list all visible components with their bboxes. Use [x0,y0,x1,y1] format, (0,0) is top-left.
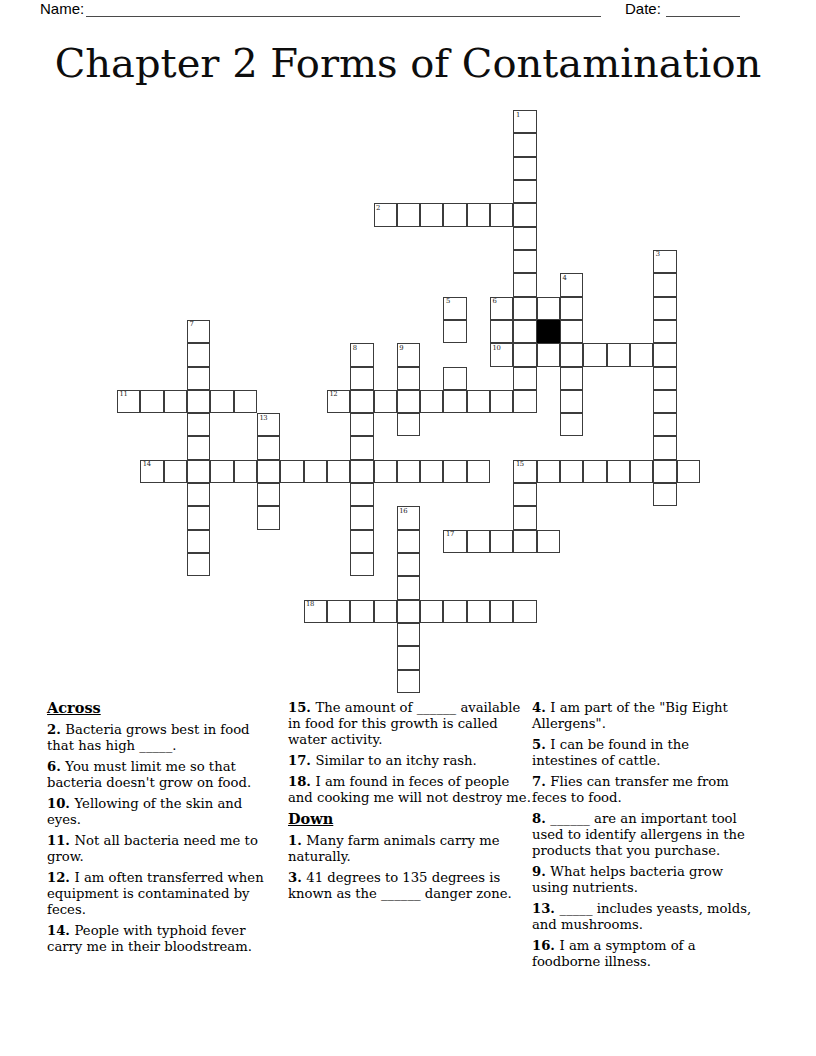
clue-item-10: 10. Yellowing of the skin and eyes. [47,796,279,828]
clue-item-14: 14. People with typhoid fever carry me i… [47,923,279,955]
grid-cell[interactable] [420,203,443,226]
grid-cell[interactable] [653,343,676,366]
grid-cell[interactable] [467,600,490,623]
clue-item-number: 7. [532,774,550,789]
grid-cell[interactable] [537,460,560,483]
grid-cell[interactable] [374,460,397,483]
grid-cell[interactable] [560,367,583,390]
grid-cell[interactable] [350,413,373,436]
grid-cell[interactable]: 2 [374,203,397,226]
grid-cell[interactable] [187,460,210,483]
grid-cell[interactable] [560,413,583,436]
clue-item-2: 2. Bacteria grows best in food that has … [47,722,279,754]
clue-number-3: 3 [656,251,660,258]
down-header: Down [288,811,531,827]
grid-cell[interactable] [560,343,583,366]
clue-item-number: 1. [288,833,306,848]
clue-item-number: 13. [532,901,560,916]
grid-cell[interactable]: 18 [304,600,327,623]
clue-item-number: 14. [47,923,75,938]
grid-cell[interactable] [653,460,676,483]
clue-item-7: 7. Flies can transfer me from feces to f… [532,774,758,806]
clue-number-2: 2 [376,205,380,212]
clue-item-15: 15. The amount of ______ available in fo… [288,700,531,748]
grid-cell[interactable] [513,133,536,156]
grid-cell[interactable] [187,367,210,390]
grid-cell[interactable] [327,460,350,483]
grid-cell[interactable] [630,460,653,483]
grid-cell[interactable] [397,576,420,599]
clue-item-number: 18. [288,774,316,789]
grid-cell[interactable] [397,460,420,483]
grid-cell[interactable] [537,343,560,366]
grid-cell[interactable] [234,460,257,483]
grid-cell[interactable] [537,297,560,320]
clue-item-16: 16. I am a symptom of a foodborne illnes… [532,938,758,970]
clue-number-6: 6 [493,298,497,305]
grid-cell[interactable] [490,203,513,226]
grid-cell[interactable] [653,273,676,296]
grid-cell[interactable]: 6 [490,297,513,320]
clue-item-number: 3. [288,870,306,885]
grid-cell[interactable] [187,413,210,436]
grid-cell[interactable] [420,390,443,413]
grid-cell[interactable] [443,460,466,483]
grid-cell[interactable] [583,343,606,366]
grid-cell[interactable]: 1 [513,110,536,133]
clue-number-8: 8 [353,345,357,352]
clue-number-18: 18 [306,601,314,608]
grid-cell[interactable] [513,390,536,413]
clue-item-number: 5. [532,737,550,752]
grid-cell[interactable] [513,180,536,203]
grid-cell[interactable]: 7 [187,320,210,343]
grid-cell[interactable]: 4 [560,273,583,296]
clue-item-4: 4. I am part of the "Big Eight Allergens… [532,700,758,732]
grid-cell[interactable] [537,530,560,553]
grid-cell[interactable] [397,600,420,623]
grid-cell[interactable] [187,506,210,529]
grid-cell[interactable] [513,483,536,506]
grid-cell[interactable] [187,436,210,459]
grid-cell[interactable] [653,413,676,436]
clue-item-number: 15. [288,700,316,715]
clue-item-1: 1. Many farm animals carry me naturally. [288,833,531,865]
clue-number-15: 15 [516,461,524,468]
grid-cell[interactable] [164,390,187,413]
grid-cell[interactable] [187,483,210,506]
grid-cell[interactable] [257,483,280,506]
clue-column-2: 15. The amount of ______ available in fo… [288,700,531,907]
across-header: Across [47,700,279,716]
grid-cell[interactable] [653,297,676,320]
grid-cell[interactable] [443,600,466,623]
grid-cell[interactable] [513,203,536,226]
grid-cell[interactable] [187,530,210,553]
grid-cell[interactable]: 10 [490,343,513,366]
clue-item-number: 10. [47,796,75,811]
grid-cell[interactable] [420,600,443,623]
grid-cell[interactable] [467,203,490,226]
crossword-grid: 123456789101112131415161718 [117,110,701,694]
grid-cell[interactable] [467,460,490,483]
clue-item-number: 16. [532,938,560,953]
grid-cell[interactable] [234,390,257,413]
grid-cell[interactable] [140,390,163,413]
grid-cell[interactable] [560,297,583,320]
grid-cell[interactable]: 14 [140,460,163,483]
clue-item-number: 2. [47,722,65,737]
grid-cell[interactable] [653,436,676,459]
clue-column-3: 4. I am part of the "Big Eight Allergens… [532,700,758,975]
grid-cell[interactable] [397,553,420,576]
grid-cell[interactable] [397,670,420,693]
page-title: Chapter 2 Forms of Contamination [0,40,816,86]
grid-cell[interactable] [607,460,630,483]
grid-cell[interactable] [350,600,373,623]
grid-cell[interactable]: 9 [397,343,420,366]
clue-number-4: 4 [563,275,567,282]
grid-cell[interactable] [490,600,513,623]
grid-cell[interactable] [583,460,606,483]
worksheet-page: Name: Date: Chapter 2 Forms of Contamina… [0,0,816,1056]
grid-cell[interactable] [513,250,536,273]
grid-cell[interactable] [467,390,490,413]
grid-cell[interactable] [513,530,536,553]
clue-number-12: 12 [329,391,337,398]
grid-cell[interactable] [513,600,536,623]
grid-cell[interactable] [397,203,420,226]
clue-item-11: 11. Not all bacteria need me to grow. [47,833,279,865]
grid-cell[interactable] [350,483,373,506]
grid-cell[interactable] [374,390,397,413]
grid-cell[interactable]: 3 [653,250,676,273]
grid-cell[interactable] [350,553,373,576]
grid-cell[interactable] [490,320,513,343]
grid-cell[interactable] [560,460,583,483]
grid-cell[interactable] [443,367,466,390]
clue-item-18: 18. I am found in feces of people and co… [288,774,531,806]
clue-number-13: 13 [259,415,267,422]
date-blank-line [666,1,740,17]
grid-cell[interactable] [560,390,583,413]
grid-cell[interactable] [397,413,420,436]
clue-number-11: 11 [120,391,128,398]
grid-cell[interactable] [350,530,373,553]
grid-cell[interactable] [467,530,490,553]
grid-cell[interactable] [350,390,373,413]
grid-cell[interactable] [397,390,420,413]
grid-cell[interactable] [397,367,420,390]
grid-cell[interactable] [374,600,397,623]
clue-number-9: 9 [399,345,403,352]
clue-item-number: 4. [532,700,550,715]
grid-cell[interactable] [513,506,536,529]
clue-number-10: 10 [493,345,501,352]
black-cell [537,320,560,343]
grid-cell[interactable] [560,320,583,343]
grid-cell[interactable] [513,157,536,180]
grid-cell[interactable] [607,343,630,366]
grid-cell[interactable] [350,460,373,483]
grid-cell[interactable] [187,553,210,576]
grid-cell[interactable] [653,320,676,343]
clue-item-6: 6. You must limit me so that bacteria do… [47,759,279,791]
clue-item-number: 11. [47,833,75,848]
clue-item-number: 17. [288,753,316,768]
name-blank-line [86,1,601,17]
grid-cell[interactable] [653,390,676,413]
grid-cell[interactable] [677,460,700,483]
grid-cell[interactable] [653,367,676,390]
grid-cell[interactable] [257,506,280,529]
clue-item-5: 5. I can be found in the intestines of c… [532,737,758,769]
grid-cell[interactable] [653,483,676,506]
clue-number-17: 17 [446,531,454,538]
clue-item-number: 8. [532,811,550,826]
clue-item-9: 9. What helps bacteria grow using nutrie… [532,864,758,896]
clue-item-3: 3. 41 degrees to 135 degrees is known as… [288,870,531,902]
grid-cell[interactable] [304,460,327,483]
grid-cell[interactable] [513,343,536,366]
grid-cell[interactable] [327,600,350,623]
grid-cell[interactable]: 17 [443,530,466,553]
grid-cell[interactable] [187,390,210,413]
grid-cell[interactable] [443,320,466,343]
grid-cell[interactable] [210,390,233,413]
clue-number-5: 5 [446,298,450,305]
grid-cell[interactable] [164,460,187,483]
grid-cell[interactable] [350,436,373,459]
name-label: Name: [40,0,84,17]
grid-cell[interactable] [513,297,536,320]
grid-cell[interactable]: 12 [327,390,350,413]
clue-column-1: Across2. Bacteria grows best in food tha… [47,700,279,960]
clue-item-number: 12. [47,870,75,885]
grid-cell[interactable] [443,390,466,413]
grid-cell[interactable] [257,436,280,459]
grid-cell[interactable] [630,343,653,366]
grid-cell[interactable] [187,343,210,366]
grid-cell[interactable] [443,203,466,226]
grid-cell[interactable] [513,273,536,296]
grid-cell[interactable]: 8 [350,343,373,366]
grid-cell[interactable] [397,623,420,646]
clue-item-12: 12. I am often transferred when equipmen… [47,870,279,918]
grid-cell[interactable] [210,460,233,483]
clue-item-8: 8. ______ are an important tool used to … [532,811,758,859]
clue-item-13: 13. _____ includes yeasts, molds, and mu… [532,901,758,933]
grid-cell[interactable] [490,530,513,553]
grid-cell[interactable] [420,460,443,483]
grid-cell[interactable]: 15 [513,460,536,483]
clue-number-14: 14 [143,461,151,468]
grid-cell[interactable] [257,460,280,483]
grid-cell[interactable] [513,227,536,250]
date-label: Date: [625,0,661,17]
grid-cell[interactable]: 16 [397,506,420,529]
clue-number-7: 7 [189,321,193,328]
grid-cell[interactable]: 13 [257,413,280,436]
grid-cell[interactable] [280,460,303,483]
clue-number-1: 1 [516,112,520,119]
grid-cell[interactable]: 5 [443,297,466,320]
grid-cell[interactable] [513,367,536,390]
clue-number-16: 16 [399,508,407,515]
grid-cell[interactable] [397,530,420,553]
clue-item-number: 9. [532,864,550,879]
grid-cell[interactable] [397,646,420,669]
clue-item-number: 6. [47,759,65,774]
grid-cell[interactable]: 11 [117,390,140,413]
clue-item-17: 17. Similar to an itchy rash. [288,753,531,769]
grid-cell[interactable] [490,390,513,413]
grid-cell[interactable] [350,367,373,390]
grid-cell[interactable] [350,506,373,529]
grid-cell[interactable] [513,320,536,343]
